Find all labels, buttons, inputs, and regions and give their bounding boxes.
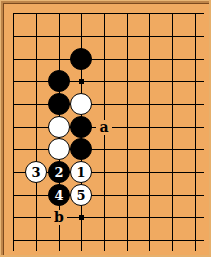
frame-top-shadow [0,3,211,4]
grid-line-horizontal-3 [13,59,204,60]
grid-line-horizontal-7 [13,149,204,150]
frame-left-shadow [3,3,4,257]
star-point-d16 [79,79,84,84]
grid-line-horizontal-11 [13,240,204,241]
go-diagram: ab32145 [0,0,211,257]
stone-white-d11: 5 [70,184,92,206]
stone-white-d12: 1 [70,161,92,183]
grid-line-vertical-7 [149,13,150,251]
grid-line-horizontal-1 [13,13,204,14]
go-board: ab32145 [0,0,211,257]
grid-line-horizontal-2 [13,36,204,37]
label-a: a [96,120,112,135]
stone-white-b12: 3 [25,161,47,183]
grid-line-vertical-9 [195,13,196,251]
stone-white-c13 [48,138,70,160]
stone-black-c12: 2 [48,161,70,183]
grid-line-horizontal-10 [13,217,204,218]
frame-right [209,0,211,257]
stone-white-d15 [70,93,92,115]
stone-black-c16 [48,70,70,92]
stone-black-c11: 4 [48,184,70,206]
grid-line-vertical-6 [127,13,128,251]
stone-black-d17 [70,48,92,70]
grid-line-horizontal-9 [13,195,204,196]
grid-line-horizontal-4 [13,81,204,82]
stone-black-c15 [48,93,70,115]
grid-line-horizontal-5 [13,104,204,105]
grid-line-vertical-8 [172,13,173,251]
stone-black-d14 [70,116,92,138]
star-point-d10 [79,215,84,220]
stone-black-d13 [70,138,92,160]
grid-line-vertical-2 [36,13,37,251]
stone-white-c14 [48,116,70,138]
grid-line-vertical-1 [13,13,14,251]
label-b: b [51,210,67,225]
